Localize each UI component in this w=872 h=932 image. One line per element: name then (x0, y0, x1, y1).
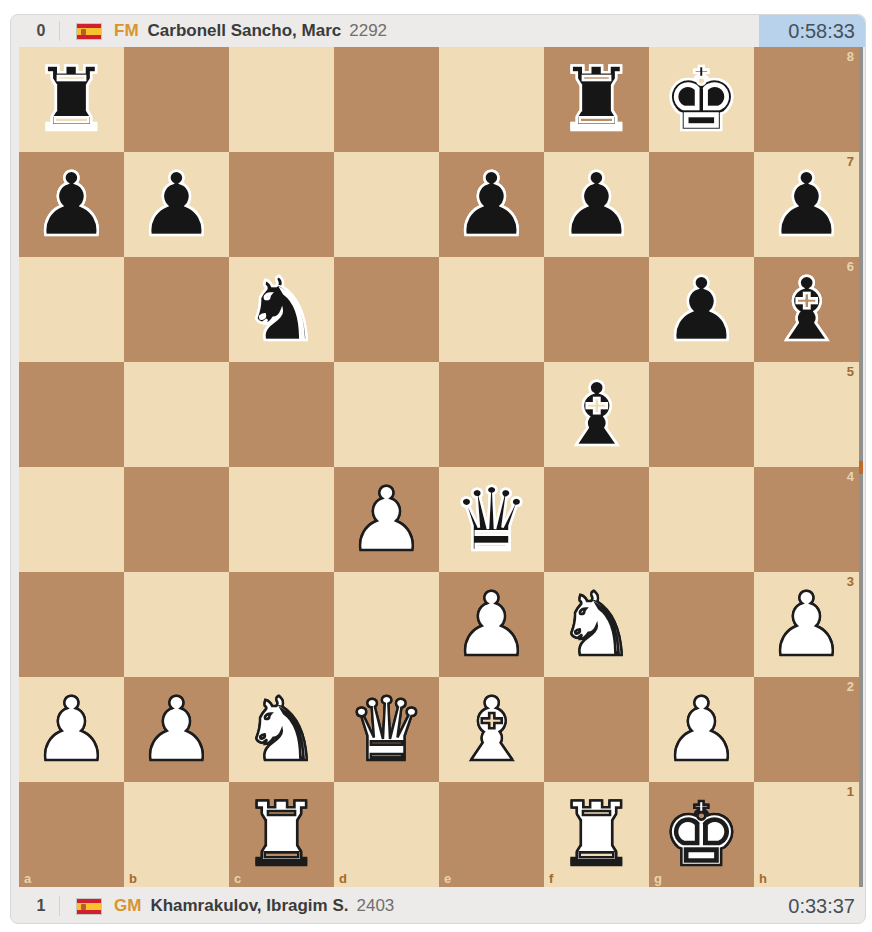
file-label-a: a (24, 872, 31, 885)
square-h7: 7♟ (754, 152, 859, 257)
player-title-bottom: GM (114, 896, 141, 916)
square-b2: ♟ (124, 677, 229, 782)
square-g4 (649, 467, 754, 572)
square-e8 (439, 47, 544, 152)
white-king-g1[interactable]: ♚ (649, 782, 754, 887)
square-f8: ♜ (544, 47, 649, 152)
square-d8 (334, 47, 439, 152)
square-g2: ♟ (649, 677, 754, 782)
white-pawn-g2[interactable]: ♟ (649, 677, 754, 782)
square-f3: ♞ (544, 572, 649, 677)
bar-divider (59, 896, 60, 916)
square-e4: ♛ (439, 467, 544, 572)
square-h8: 8 (754, 47, 859, 152)
rank-label-8: 8 (847, 50, 854, 63)
black-pawn-g6[interactable]: ♟ (649, 257, 754, 362)
square-g8: ♚ (649, 47, 754, 152)
square-h5: 5 (754, 362, 859, 467)
black-knight-c6[interactable]: ♞ (229, 257, 334, 362)
file-label-d: d (339, 872, 347, 885)
square-d2: ♛ (334, 677, 439, 782)
spain-flag-icon (76, 23, 102, 40)
square-e6 (439, 257, 544, 362)
square-g5 (649, 362, 754, 467)
square-e2: ♝ (439, 677, 544, 782)
chess-board: ♜♜♚8♟♟♟♟7♟♞♟6♝♝5♟♛4♟♞3♟♟♟♞♛♝♟2abc♜def♜g♚… (19, 47, 863, 887)
white-rook-f1[interactable]: ♜ (544, 782, 649, 887)
square-g7 (649, 152, 754, 257)
square-d1: d (334, 782, 439, 887)
white-bishop-e2[interactable]: ♝ (439, 677, 544, 782)
square-a7: ♟ (19, 152, 124, 257)
square-a4 (19, 467, 124, 572)
rank-label-5: 5 (847, 365, 854, 378)
square-e1: e (439, 782, 544, 887)
square-g1: g♚ (649, 782, 754, 887)
square-e3: ♟ (439, 572, 544, 677)
square-h1: 1h (754, 782, 859, 887)
square-c2: ♞ (229, 677, 334, 782)
square-f5: ♝ (544, 362, 649, 467)
square-a8: ♜ (19, 47, 124, 152)
white-queen-d2[interactable]: ♛ (334, 677, 439, 782)
square-d7 (334, 152, 439, 257)
white-pawn-d4[interactable]: ♟ (334, 467, 439, 572)
square-a5 (19, 362, 124, 467)
black-rook-f8[interactable]: ♜ (544, 47, 649, 152)
white-pawn-e3[interactable]: ♟ (439, 572, 544, 677)
square-b5 (124, 362, 229, 467)
black-pawn-f7[interactable]: ♟ (544, 152, 649, 257)
black-king-g8[interactable]: ♚ (649, 47, 754, 152)
black-bishop-f5[interactable]: ♝ (544, 362, 649, 467)
square-a1: a (19, 782, 124, 887)
square-d4: ♟ (334, 467, 439, 572)
file-label-b: b (129, 872, 137, 885)
square-h6: 6♝ (754, 257, 859, 362)
square-c6: ♞ (229, 257, 334, 362)
white-knight-c2[interactable]: ♞ (229, 677, 334, 782)
white-player-bar: 1 GM Khamrakulov, Ibragim S. 2403 0:33:3… (11, 889, 865, 923)
player-score-bottom: 1 (30, 897, 52, 915)
square-f4 (544, 467, 649, 572)
square-f1: f♜ (544, 782, 649, 887)
square-h3: 3♟ (754, 572, 859, 677)
square-b6 (124, 257, 229, 362)
square-c8 (229, 47, 334, 152)
white-rook-c1[interactable]: ♜ (229, 782, 334, 887)
rank-label-1: 1 (847, 785, 854, 798)
square-d3 (334, 572, 439, 677)
player-score-top: 0 (30, 22, 52, 40)
square-c1: c♜ (229, 782, 334, 887)
square-a2: ♟ (19, 677, 124, 782)
black-pawn-a7[interactable]: ♟ (19, 152, 124, 257)
square-e5 (439, 362, 544, 467)
live-game-widget: 0 FM Carbonell Sancho, Marc 2292 0:58:33… (10, 14, 866, 924)
black-queen-e4[interactable]: ♛ (439, 467, 544, 572)
square-d5 (334, 362, 439, 467)
clock-top: 0:58:33 (759, 15, 865, 47)
bar-divider (59, 21, 60, 41)
square-c5 (229, 362, 334, 467)
spain-flag-icon (76, 898, 102, 915)
square-b8 (124, 47, 229, 152)
player-name-bottom: Khamrakulov, Ibragim S. (150, 896, 348, 916)
black-player-bar: 0 FM Carbonell Sancho, Marc 2292 0:58:33 (11, 15, 865, 47)
square-g6: ♟ (649, 257, 754, 362)
square-a6 (19, 257, 124, 362)
square-c7 (229, 152, 334, 257)
square-f6 (544, 257, 649, 362)
player-rating-bottom: 2403 (356, 896, 394, 916)
black-bishop-h6[interactable]: ♝ (754, 257, 859, 362)
square-b3 (124, 572, 229, 677)
white-pawn-b2[interactable]: ♟ (124, 677, 229, 782)
black-pawn-e7[interactable]: ♟ (439, 152, 544, 257)
file-label-e: e (444, 872, 451, 885)
white-pawn-h3[interactable]: ♟ (754, 572, 859, 677)
board-edge-marker (859, 461, 863, 474)
square-b4 (124, 467, 229, 572)
player-rating-top: 2292 (349, 21, 387, 41)
rank-label-2: 2 (847, 680, 854, 693)
square-b7: ♟ (124, 152, 229, 257)
square-a3 (19, 572, 124, 677)
white-pawn-a2[interactable]: ♟ (19, 677, 124, 782)
black-pawn-b7[interactable]: ♟ (124, 152, 229, 257)
square-e7: ♟ (439, 152, 544, 257)
square-b1: b (124, 782, 229, 887)
square-h2: 2 (754, 677, 859, 782)
white-knight-f3[interactable]: ♞ (544, 572, 649, 677)
clock-bottom: 0:33:37 (759, 889, 865, 923)
file-label-h: h (759, 872, 767, 885)
square-h4: 4 (754, 467, 859, 572)
square-g3 (649, 572, 754, 677)
player-title-top: FM (114, 21, 139, 41)
black-pawn-h7[interactable]: ♟ (754, 152, 859, 257)
square-c3 (229, 572, 334, 677)
rank-label-4: 4 (847, 470, 854, 483)
square-f7: ♟ (544, 152, 649, 257)
player-name-top: Carbonell Sancho, Marc (148, 21, 342, 41)
black-rook-a8[interactable]: ♜ (19, 47, 124, 152)
square-c4 (229, 467, 334, 572)
square-f2 (544, 677, 649, 782)
square-d6 (334, 257, 439, 362)
